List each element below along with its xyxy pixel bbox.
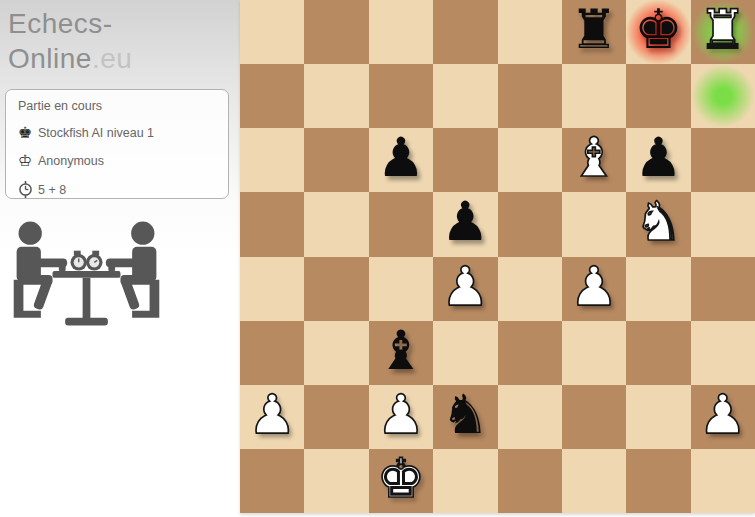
square-b6[interactable] — [304, 128, 368, 192]
square-b1[interactable] — [304, 449, 368, 513]
square-e8[interactable] — [498, 0, 562, 64]
square-a5[interactable] — [240, 192, 304, 256]
square-c3[interactable]: ♝ — [369, 321, 433, 385]
piece-white-king[interactable]: ♚ — [369, 447, 433, 511]
time-control-row: 5 + 8 — [18, 181, 216, 198]
square-d4[interactable]: ♟ — [433, 257, 497, 321]
logo-suffix: .eu — [92, 43, 132, 74]
square-f6[interactable]: ♝ — [562, 128, 626, 192]
chess-board[interactable]: ♜♚♜♟♝♟♟♞♟♟♝♟♟♞♟♚ — [240, 0, 755, 513]
square-b5[interactable] — [304, 192, 368, 256]
black-king-icon: ♚ — [18, 125, 38, 141]
square-a3[interactable] — [240, 321, 304, 385]
square-f2[interactable] — [562, 385, 626, 449]
current-game-panel: Partie en cours ♚ Stockfish AI niveau 1 … — [5, 89, 229, 199]
player-row-black: ♚ Stockfish AI niveau 1 — [18, 125, 216, 141]
time-control: 5 + 8 — [38, 183, 66, 197]
square-f5[interactable] — [562, 192, 626, 256]
square-c5[interactable] — [369, 192, 433, 256]
square-g3[interactable] — [626, 321, 690, 385]
square-h7[interactable] — [691, 64, 755, 128]
square-a1[interactable] — [240, 449, 304, 513]
clock-icon — [18, 181, 38, 198]
piece-black-pawn[interactable]: ♟ — [369, 126, 433, 190]
piece-white-bishop[interactable]: ♝ — [562, 126, 626, 190]
square-d8[interactable] — [433, 0, 497, 64]
square-b7[interactable] — [304, 64, 368, 128]
square-b4[interactable] — [304, 257, 368, 321]
square-g1[interactable] — [626, 449, 690, 513]
square-c2[interactable]: ♟ — [369, 385, 433, 449]
square-d7[interactable] — [433, 64, 497, 128]
square-e2[interactable] — [498, 385, 562, 449]
player-row-white: ♔ Anonymous — [18, 153, 216, 169]
piece-white-rook[interactable]: ♜ — [691, 0, 755, 62]
square-h8[interactable]: ♜ — [691, 0, 755, 64]
square-c8[interactable] — [369, 0, 433, 64]
players-illustration — [4, 216, 169, 331]
white-king-icon: ♔ — [18, 153, 38, 169]
piece-white-pawn[interactable]: ♟ — [369, 383, 433, 447]
logo-line1: Echecs- — [8, 8, 113, 39]
square-b3[interactable] — [304, 321, 368, 385]
site-logo[interactable]: Echecs- Online.eu — [0, 0, 240, 76]
square-b8[interactable] — [304, 0, 368, 64]
piece-black-king[interactable]: ♚ — [626, 0, 690, 62]
square-f1[interactable] — [562, 449, 626, 513]
square-h2[interactable]: ♟ — [691, 385, 755, 449]
square-g6[interactable]: ♟ — [626, 128, 690, 192]
square-a4[interactable] — [240, 257, 304, 321]
square-g7[interactable] — [626, 64, 690, 128]
piece-white-pawn[interactable]: ♟ — [562, 255, 626, 319]
square-a8[interactable] — [240, 0, 304, 64]
square-g5[interactable]: ♞ — [626, 192, 690, 256]
square-e4[interactable] — [498, 257, 562, 321]
square-d3[interactable] — [433, 321, 497, 385]
square-h6[interactable] — [691, 128, 755, 192]
sidebar: Echecs- Online.eu Partie en cours ♚ Stoc… — [0, 0, 240, 517]
square-d5[interactable]: ♟ — [433, 192, 497, 256]
player-name-white: Anonymous — [38, 154, 104, 168]
square-e3[interactable] — [498, 321, 562, 385]
square-e5[interactable] — [498, 192, 562, 256]
piece-black-knight[interactable]: ♞ — [433, 383, 497, 447]
square-a6[interactable] — [240, 128, 304, 192]
square-e7[interactable] — [498, 64, 562, 128]
square-d6[interactable] — [433, 128, 497, 192]
square-a7[interactable] — [240, 64, 304, 128]
square-h1[interactable] — [691, 449, 755, 513]
panel-title: Partie en cours — [18, 99, 216, 113]
piece-black-bishop[interactable]: ♝ — [369, 319, 433, 383]
piece-black-pawn[interactable]: ♟ — [433, 190, 497, 254]
square-c1[interactable]: ♚ — [369, 449, 433, 513]
square-f7[interactable] — [562, 64, 626, 128]
piece-white-pawn[interactable]: ♟ — [240, 383, 304, 447]
square-c6[interactable]: ♟ — [369, 128, 433, 192]
piece-black-pawn[interactable]: ♟ — [626, 126, 690, 190]
piece-white-knight[interactable]: ♞ — [626, 190, 690, 254]
player-name-black: Stockfish AI niveau 1 — [38, 126, 154, 140]
square-a2[interactable]: ♟ — [240, 385, 304, 449]
square-d1[interactable] — [433, 449, 497, 513]
piece-white-pawn[interactable]: ♟ — [691, 383, 755, 447]
square-g8[interactable]: ♚ — [626, 0, 690, 64]
square-b2[interactable] — [304, 385, 368, 449]
square-e6[interactable] — [498, 128, 562, 192]
square-g2[interactable] — [626, 385, 690, 449]
square-g4[interactable] — [626, 257, 690, 321]
piece-white-pawn[interactable]: ♟ — [433, 255, 497, 319]
square-h3[interactable] — [691, 321, 755, 385]
logo-line2: Online — [8, 43, 92, 74]
piece-black-rook[interactable]: ♜ — [562, 0, 626, 62]
square-e1[interactable] — [498, 449, 562, 513]
square-h4[interactable] — [691, 257, 755, 321]
square-c7[interactable] — [369, 64, 433, 128]
square-c4[interactable] — [369, 257, 433, 321]
square-f3[interactable] — [562, 321, 626, 385]
square-d2[interactable]: ♞ — [433, 385, 497, 449]
square-f4[interactable]: ♟ — [562, 257, 626, 321]
square-f8[interactable]: ♜ — [562, 0, 626, 64]
square-h5[interactable] — [691, 192, 755, 256]
